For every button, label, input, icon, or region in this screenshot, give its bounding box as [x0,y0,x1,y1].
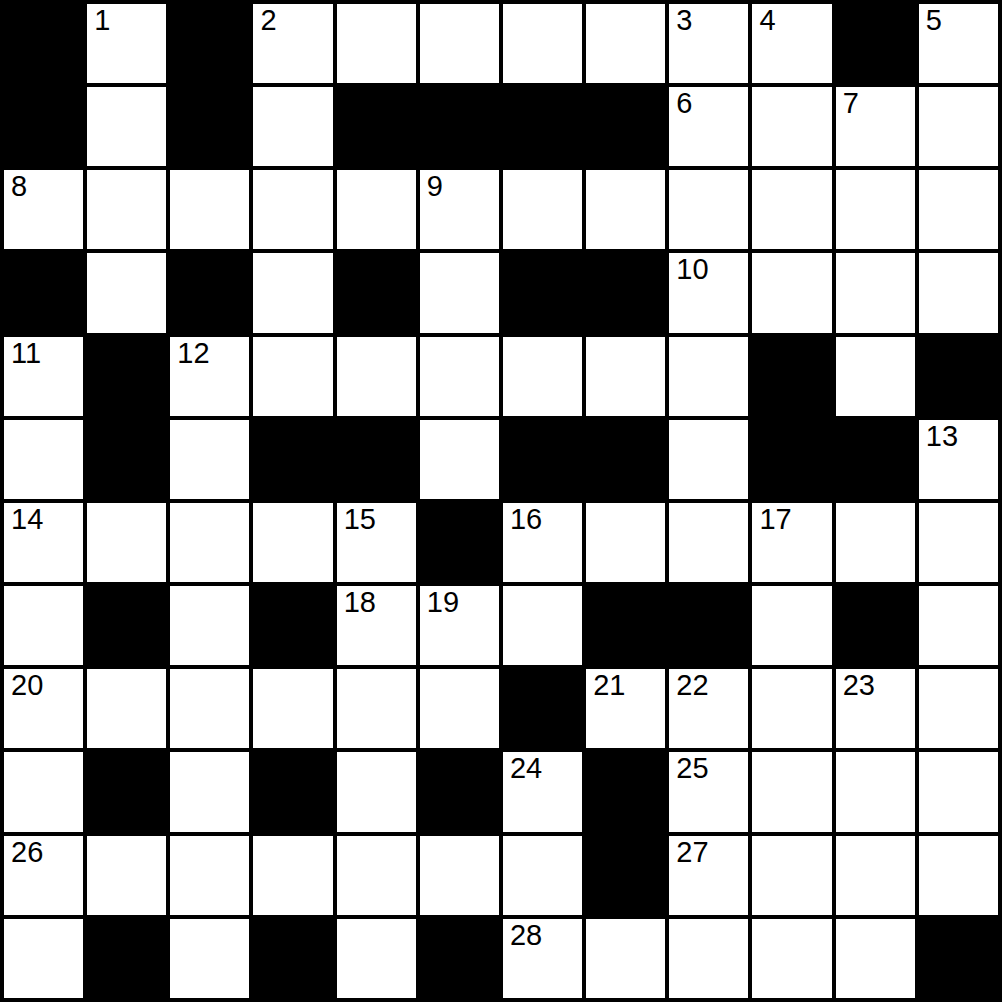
letter-cell-r7c4[interactable]: 18 [337,586,416,665]
letter-cell-r8c8[interactable]: 22 [669,669,748,748]
block-cell-r5c4 [337,420,416,499]
letter-cell-r5c8[interactable] [669,420,748,499]
block-cell-r1c4 [337,87,416,166]
letter-cell-r2c3[interactable] [253,170,332,249]
letter-cell-r2c0[interactable]: 8 [4,170,83,249]
letter-cell-r1c3[interactable] [253,87,332,166]
letter-cell-r10c11[interactable] [919,836,998,915]
block-cell-r1c5 [420,87,499,166]
block-cell-r11c5 [420,919,499,998]
letter-cell-r3c8[interactable]: 10 [669,253,748,332]
block-cell-r3c7 [586,253,665,332]
block-cell-r10c7 [586,836,665,915]
letter-cell-r8c4[interactable] [337,669,416,748]
block-cell-r9c5 [420,752,499,831]
letter-cell-r10c2[interactable] [170,836,249,915]
block-cell-r11c11 [919,919,998,998]
letter-cell-r4c7[interactable] [586,337,665,416]
letter-cell-r8c9[interactable] [752,669,831,748]
block-cell-r9c1 [87,752,166,831]
letter-cell-r11c7[interactable] [586,919,665,998]
letter-cell-r8c5[interactable] [420,669,499,748]
block-cell-r7c10 [836,586,915,665]
block-cell-r5c7 [586,420,665,499]
clue-number-1: 1 [94,5,110,37]
block-cell-r5c6 [503,420,582,499]
clue-number-21: 21 [593,670,625,702]
clue-number-11: 11 [11,338,41,370]
block-cell-r5c10 [836,420,915,499]
letter-cell-r10c9[interactable] [752,836,831,915]
block-cell-r7c3 [253,586,332,665]
letter-cell-r10c1[interactable] [87,836,166,915]
letter-cell-r2c1[interactable] [87,170,166,249]
letter-cell-r4c6[interactable] [503,337,582,416]
block-cell-r9c7 [586,752,665,831]
letter-cell-r10c8[interactable]: 27 [669,836,748,915]
block-cell-r3c2 [170,253,249,332]
letter-cell-r4c0[interactable]: 11 [4,337,83,416]
letter-cell-r1c8[interactable]: 6 [669,87,748,166]
letter-cell-r2c7[interactable] [586,170,665,249]
letter-cell-r2c10[interactable] [836,170,915,249]
letter-cell-r0c1[interactable]: 1 [87,4,166,83]
block-cell-r0c2 [170,4,249,83]
clue-number-26: 26 [11,837,43,869]
letter-cell-r3c1[interactable] [87,253,166,332]
letter-cell-r4c3[interactable] [253,337,332,416]
block-cell-r5c1 [87,420,166,499]
block-cell-r9c3 [253,752,332,831]
letter-cell-r8c7[interactable]: 21 [586,669,665,748]
letter-cell-r9c8[interactable]: 25 [669,752,748,831]
letter-cell-r0c4[interactable] [337,4,416,83]
letter-cell-r0c3[interactable]: 2 [253,4,332,83]
block-cell-r7c8 [669,586,748,665]
letter-cell-r1c11[interactable] [919,87,998,166]
letter-cell-r6c0[interactable]: 14 [4,503,83,582]
clue-number-4: 4 [759,5,775,37]
letter-cell-r5c5[interactable] [420,420,499,499]
letter-cell-r7c2[interactable] [170,586,249,665]
clue-number-12: 12 [177,338,209,370]
letter-cell-r5c2[interactable] [170,420,249,499]
block-cell-r5c3 [253,420,332,499]
letter-cell-r10c0[interactable]: 26 [4,836,83,915]
letter-cell-r0c9[interactable]: 4 [752,4,831,83]
letter-cell-r7c11[interactable] [919,586,998,665]
letter-cell-r0c11[interactable]: 5 [919,4,998,83]
letter-cell-r2c6[interactable] [503,170,582,249]
block-cell-r11c3 [253,919,332,998]
letter-cell-r6c10[interactable] [836,503,915,582]
letter-cell-r6c11[interactable] [919,503,998,582]
block-cell-r3c6 [503,253,582,332]
clue-number-28: 28 [510,920,542,952]
clue-number-8: 8 [11,171,27,203]
letter-cell-r8c2[interactable] [170,669,249,748]
letter-cell-r11c0[interactable] [4,919,83,998]
letter-cell-r2c11[interactable] [919,170,998,249]
block-cell-r1c7 [586,87,665,166]
clue-number-24: 24 [510,753,542,785]
letter-cell-r6c4[interactable]: 15 [337,503,416,582]
clue-number-27: 27 [676,837,708,869]
letter-cell-r10c4[interactable] [337,836,416,915]
clue-number-19: 19 [427,587,459,619]
clue-number-17: 17 [759,504,791,536]
block-cell-r3c4 [337,253,416,332]
letter-cell-r6c3[interactable] [253,503,332,582]
letter-cell-r2c9[interactable] [752,170,831,249]
letter-cell-r2c5[interactable]: 9 [420,170,499,249]
letter-cell-r4c5[interactable] [420,337,499,416]
block-cell-r7c7 [586,586,665,665]
letter-cell-r1c10[interactable]: 7 [836,87,915,166]
letter-cell-r2c8[interactable] [669,170,748,249]
letter-cell-r10c5[interactable] [420,836,499,915]
clue-number-16: 16 [510,504,542,536]
letter-cell-r9c10[interactable] [836,752,915,831]
letter-cell-r9c11[interactable] [919,752,998,831]
letter-cell-r6c9[interactable]: 17 [752,503,831,582]
letter-cell-r6c2[interactable] [170,503,249,582]
letter-cell-r7c5[interactable]: 19 [420,586,499,665]
block-cell-r11c1 [87,919,166,998]
letter-cell-r3c3[interactable] [253,253,332,332]
block-cell-r5c9 [752,420,831,499]
letter-cell-r1c9[interactable] [752,87,831,166]
block-cell-r3c0 [4,253,83,332]
clue-number-23: 23 [843,670,875,702]
clue-number-10: 10 [676,254,708,286]
letter-cell-r7c9[interactable] [752,586,831,665]
letter-cell-r6c1[interactable] [87,503,166,582]
letter-cell-r6c7[interactable] [586,503,665,582]
letter-cell-r0c8[interactable]: 3 [669,4,748,83]
letter-cell-r8c0[interactable]: 20 [4,669,83,748]
block-cell-r1c0 [4,87,83,166]
crossword-grid: 1234567891011121314151617181920212223242… [0,0,1002,1002]
letter-cell-r5c11[interactable]: 13 [919,420,998,499]
letter-cell-r2c2[interactable] [170,170,249,249]
block-cell-r0c0 [4,4,83,83]
clue-number-2: 2 [260,5,276,37]
letter-cell-r7c0[interactable] [4,586,83,665]
letter-cell-r9c6[interactable]: 24 [503,752,582,831]
letter-cell-r0c5[interactable] [420,4,499,83]
block-cell-r0c10 [836,4,915,83]
clue-number-13: 13 [926,421,958,453]
letter-cell-r8c11[interactable] [919,669,998,748]
letter-cell-r9c2[interactable] [170,752,249,831]
block-cell-r4c1 [87,337,166,416]
letter-cell-r0c6[interactable] [503,4,582,83]
letter-cell-r11c8[interactable] [669,919,748,998]
letter-cell-r1c1[interactable] [87,87,166,166]
letter-cell-r11c9[interactable] [752,919,831,998]
letter-cell-r6c8[interactable] [669,503,748,582]
letter-cell-r11c6[interactable]: 28 [503,919,582,998]
letter-cell-r4c2[interactable]: 12 [170,337,249,416]
letter-cell-r3c10[interactable] [836,253,915,332]
letter-cell-r10c10[interactable] [836,836,915,915]
clue-number-9: 9 [427,171,443,203]
clue-number-14: 14 [11,504,43,536]
block-cell-r7c1 [87,586,166,665]
clue-number-22: 22 [676,670,708,702]
letter-cell-r7c6[interactable] [503,586,582,665]
letter-cell-r8c3[interactable] [253,669,332,748]
block-cell-r1c6 [503,87,582,166]
letter-cell-r8c10[interactable]: 23 [836,669,915,748]
letter-cell-r10c6[interactable] [503,836,582,915]
letter-cell-r4c10[interactable] [836,337,915,416]
clue-number-3: 3 [676,5,692,37]
letter-cell-r4c8[interactable] [669,337,748,416]
letter-cell-r11c2[interactable] [170,919,249,998]
letter-cell-r11c4[interactable] [337,919,416,998]
letter-cell-r6c6[interactable]: 16 [503,503,582,582]
letter-cell-r2c4[interactable] [337,170,416,249]
letter-cell-r3c5[interactable] [420,253,499,332]
letter-cell-r3c11[interactable] [919,253,998,332]
clue-number-20: 20 [11,670,43,702]
letter-cell-r8c1[interactable] [87,669,166,748]
letter-cell-r5c0[interactable] [4,420,83,499]
clue-number-5: 5 [926,5,942,37]
clue-number-6: 6 [676,88,692,120]
clue-number-15: 15 [344,504,376,536]
block-cell-r4c9 [752,337,831,416]
letter-cell-r4c4[interactable] [337,337,416,416]
clue-number-18: 18 [344,587,376,619]
letter-cell-r9c9[interactable] [752,752,831,831]
letter-cell-r11c10[interactable] [836,919,915,998]
block-cell-r6c5 [420,503,499,582]
letter-cell-r3c9[interactable] [752,253,831,332]
letter-cell-r9c4[interactable] [337,752,416,831]
clue-number-7: 7 [843,88,859,120]
block-cell-r4c11 [919,337,998,416]
block-cell-r1c2 [170,87,249,166]
letter-cell-r9c0[interactable] [4,752,83,831]
letter-cell-r10c3[interactable] [253,836,332,915]
block-cell-r8c6 [503,669,582,748]
clue-number-25: 25 [676,753,708,785]
letter-cell-r0c7[interactable] [586,4,665,83]
